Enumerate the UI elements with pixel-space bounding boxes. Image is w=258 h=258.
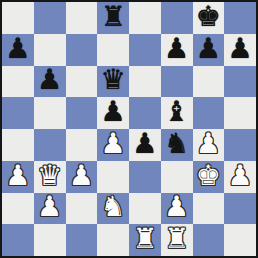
square-g7[interactable]: ♟ bbox=[193, 34, 225, 66]
square-g2[interactable] bbox=[193, 193, 225, 225]
square-d6[interactable]: ♛ bbox=[97, 66, 129, 98]
square-f4[interactable]: ♞ bbox=[161, 129, 193, 161]
square-e5[interactable] bbox=[129, 97, 161, 129]
square-b7[interactable] bbox=[34, 34, 66, 66]
square-f7[interactable]: ♟ bbox=[161, 34, 193, 66]
square-f1[interactable]: ♜ bbox=[161, 224, 193, 256]
square-e3[interactable] bbox=[129, 161, 161, 193]
square-h7[interactable]: ♟ bbox=[224, 34, 256, 66]
piece-black-pawn[interactable]: ♟ bbox=[196, 35, 221, 63]
square-e4[interactable]: ♟ bbox=[129, 129, 161, 161]
piece-black-pawn[interactable]: ♟ bbox=[5, 35, 30, 63]
square-c6[interactable] bbox=[66, 66, 98, 98]
square-g3[interactable]: ♚ bbox=[193, 161, 225, 193]
square-h1[interactable] bbox=[224, 224, 256, 256]
square-b3[interactable]: ♛ bbox=[34, 161, 66, 193]
piece-white-pawn[interactable]: ♟ bbox=[37, 193, 62, 221]
square-d4[interactable]: ♟ bbox=[97, 129, 129, 161]
piece-white-pawn[interactable]: ♟ bbox=[164, 193, 189, 221]
square-b4[interactable] bbox=[34, 129, 66, 161]
piece-black-pawn[interactable]: ♟ bbox=[164, 35, 189, 63]
piece-white-rook[interactable]: ♜ bbox=[164, 225, 189, 253]
square-h3[interactable]: ♟ bbox=[224, 161, 256, 193]
piece-white-pawn[interactable]: ♟ bbox=[196, 130, 221, 158]
square-a1[interactable] bbox=[2, 224, 34, 256]
square-c1[interactable] bbox=[66, 224, 98, 256]
square-h4[interactable] bbox=[224, 129, 256, 161]
square-f5[interactable]: ♝ bbox=[161, 97, 193, 129]
square-e1[interactable]: ♜ bbox=[129, 224, 161, 256]
piece-black-pawn[interactable]: ♟ bbox=[228, 35, 253, 63]
square-c5[interactable] bbox=[66, 97, 98, 129]
square-g4[interactable]: ♟ bbox=[193, 129, 225, 161]
square-b8[interactable] bbox=[34, 2, 66, 34]
square-g8[interactable]: ♚ bbox=[193, 2, 225, 34]
square-c3[interactable]: ♟ bbox=[66, 161, 98, 193]
piece-white-pawn[interactable]: ♟ bbox=[228, 162, 253, 190]
square-h6[interactable] bbox=[224, 66, 256, 98]
piece-white-king[interactable]: ♚ bbox=[196, 162, 221, 190]
piece-white-pawn[interactable]: ♟ bbox=[101, 130, 126, 158]
square-a2[interactable] bbox=[2, 193, 34, 225]
square-f8[interactable] bbox=[161, 2, 193, 34]
piece-black-knight[interactable]: ♞ bbox=[164, 130, 189, 158]
square-a5[interactable] bbox=[2, 97, 34, 129]
square-f3[interactable] bbox=[161, 161, 193, 193]
square-b6[interactable]: ♟ bbox=[34, 66, 66, 98]
square-e8[interactable] bbox=[129, 2, 161, 34]
square-d5[interactable]: ♟ bbox=[97, 97, 129, 129]
square-e7[interactable] bbox=[129, 34, 161, 66]
square-b1[interactable] bbox=[34, 224, 66, 256]
square-c7[interactable] bbox=[66, 34, 98, 66]
square-c2[interactable] bbox=[66, 193, 98, 225]
square-g1[interactable] bbox=[193, 224, 225, 256]
square-b5[interactable] bbox=[34, 97, 66, 129]
piece-black-king[interactable]: ♚ bbox=[196, 3, 221, 31]
square-g6[interactable] bbox=[193, 66, 225, 98]
square-c4[interactable] bbox=[66, 129, 98, 161]
piece-black-pawn[interactable]: ♟ bbox=[101, 98, 126, 126]
square-h2[interactable] bbox=[224, 193, 256, 225]
square-d1[interactable] bbox=[97, 224, 129, 256]
piece-white-queen[interactable]: ♛ bbox=[37, 162, 62, 190]
square-h5[interactable] bbox=[224, 97, 256, 129]
square-a4[interactable] bbox=[2, 129, 34, 161]
square-f6[interactable] bbox=[161, 66, 193, 98]
piece-black-bishop[interactable]: ♝ bbox=[164, 98, 189, 126]
square-d7[interactable] bbox=[97, 34, 129, 66]
square-d8[interactable]: ♜ bbox=[97, 2, 129, 34]
square-g5[interactable] bbox=[193, 97, 225, 129]
piece-black-rook[interactable]: ♜ bbox=[101, 3, 126, 31]
piece-black-pawn[interactable]: ♟ bbox=[37, 66, 62, 94]
square-e6[interactable] bbox=[129, 66, 161, 98]
square-f2[interactable]: ♟ bbox=[161, 193, 193, 225]
piece-white-knight[interactable]: ♞ bbox=[101, 193, 126, 221]
piece-white-rook[interactable]: ♜ bbox=[132, 225, 157, 253]
square-c8[interactable] bbox=[66, 2, 98, 34]
square-a3[interactable]: ♟ bbox=[2, 161, 34, 193]
square-a8[interactable] bbox=[2, 2, 34, 34]
piece-white-pawn[interactable]: ♟ bbox=[5, 162, 30, 190]
square-d2[interactable]: ♞ bbox=[97, 193, 129, 225]
square-a6[interactable] bbox=[2, 66, 34, 98]
piece-black-queen[interactable]: ♛ bbox=[101, 66, 126, 94]
square-b2[interactable]: ♟ bbox=[34, 193, 66, 225]
square-d3[interactable] bbox=[97, 161, 129, 193]
piece-white-pawn[interactable]: ♟ bbox=[69, 162, 94, 190]
square-h8[interactable] bbox=[224, 2, 256, 34]
chess-board: ♜♚♟♟♟♟♟♛♟♝♟♟♞♟♟♛♟♚♟♟♞♟♜♜ bbox=[0, 0, 258, 258]
square-a7[interactable]: ♟ bbox=[2, 34, 34, 66]
piece-black-pawn[interactable]: ♟ bbox=[132, 130, 157, 158]
square-e2[interactable] bbox=[129, 193, 161, 225]
